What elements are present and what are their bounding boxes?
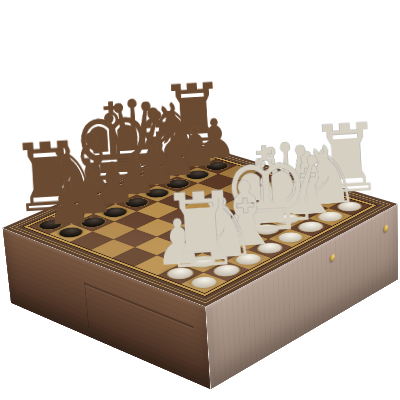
piece-black-pawn-h7[interactable]: ♟ (49, 223, 92, 241)
chess-set-photo: ♜♞♟♝♟♛♟♚♟♝♟♞♟♟♜♟♟♜♟♟♞♟♝♟♛♟♚♟♝♟♞♜ (0, 0, 400, 400)
perspective-scene: ♜♞♟♝♟♛♟♚♟♝♟♞♟♟♜♟♟♜♟♟♞♟♝♟♛♟♚♟♝♟♞♜ (0, 0, 400, 400)
drawer-seam-vertical (84, 283, 89, 329)
rook-glyph: ♜ (133, 175, 269, 286)
brass-knob-icon (384, 224, 388, 233)
camera-tilt: ♜♞♟♝♟♛♟♚♟♝♟♞♟♟♜♟♟♜♟♟♞♟♝♟♛♟♚♟♝♟♞♜ (0, 0, 400, 400)
piece-white-rook-h1[interactable]: ♜ (181, 272, 228, 293)
brass-knob-icon (330, 253, 335, 262)
chess-board-box: ♜♞♟♝♟♛♟♚♟♝♟♞♟♟♜♟♟♜♟♟♞♟♝♟♛♟♚♟♝♟♞♜ (2, 144, 397, 307)
